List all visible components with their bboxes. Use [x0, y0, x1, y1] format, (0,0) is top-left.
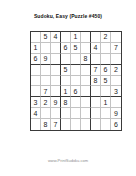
sudoku-cell-r2c4: 6 [61, 43, 71, 54]
sudoku-cell-r5c2 [41, 76, 51, 87]
sudoku-cell-r9c5 [71, 119, 81, 130]
sudoku-cell-r9c7 [91, 119, 101, 130]
sudoku-cell-r9c1 [31, 119, 41, 130]
sudoku-cell-r4c5 [71, 65, 81, 76]
sudoku-cell-r9c8 [101, 119, 111, 130]
sudoku-cell-r9c4 [61, 119, 71, 130]
sudoku-cell-r3c8 [101, 54, 111, 65]
sudoku-cell-r9c9: 6 [111, 119, 121, 130]
sudoku-cell-r6c8 [101, 86, 111, 97]
sudoku-cell-r5c9 [111, 76, 121, 87]
sudoku-cell-r1c8: 2 [101, 32, 111, 43]
sudoku-cell-r7c1: 3 [31, 97, 41, 108]
sudoku-cell-r8c7 [91, 108, 101, 119]
sudoku-cell-r5c1 [31, 76, 41, 87]
sudoku-cell-r8c5 [71, 108, 81, 119]
sudoku-cell-r3c4 [61, 54, 71, 65]
sudoku-cell-r1c1 [31, 32, 41, 43]
sudoku-cell-r6c7 [91, 86, 101, 97]
sudoku-cell-r7c6 [81, 97, 91, 108]
sudoku-cell-r2c3 [51, 43, 61, 54]
sudoku-cell-r8c8 [101, 108, 111, 119]
sudoku-cell-r4c4: 5 [61, 65, 71, 76]
sudoku-cell-r2c2 [41, 43, 51, 54]
sudoku-cell-r3c5 [71, 54, 81, 65]
footer-url: www.PrintSudoku.com [0, 158, 136, 163]
sudoku-cell-r9c6 [81, 119, 91, 130]
sudoku-cell-r7c3: 9 [51, 97, 61, 108]
sudoku-cell-r5c3 [51, 76, 61, 87]
sudoku-cell-r1c3: 4 [51, 32, 61, 43]
sudoku-cell-r3c7 [91, 54, 101, 65]
sudoku-cell-r4c8: 6 [101, 65, 111, 76]
sudoku-cell-r6c5: 6 [71, 86, 81, 97]
sudoku-cell-r2c8 [101, 43, 111, 54]
sudoku-cell-r2c1: 1 [31, 43, 41, 54]
sudoku-cell-r7c4: 8 [61, 97, 71, 108]
sudoku-cell-r6c6 [81, 86, 91, 97]
sudoku-cell-r7c2: 2 [41, 97, 51, 108]
sudoku-cell-r8c3 [51, 108, 61, 119]
sudoku-cell-r3c6: 8 [81, 54, 91, 65]
sudoku-cell-r4c7: 7 [91, 65, 101, 76]
sudoku-cell-r3c2: 9 [41, 54, 51, 65]
sudoku-cell-r6c9: 3 [111, 86, 121, 97]
sudoku-cell-r8c1: 4 [31, 108, 41, 119]
sudoku-cell-r2c9: 7 [111, 43, 121, 54]
sudoku-cell-r4c1 [31, 65, 41, 76]
sudoku-cell-r1c2: 5 [41, 32, 51, 43]
sudoku-board: 54121654769857628571633298149876 [30, 31, 122, 131]
sudoku-cell-r9c2: 8 [41, 119, 51, 130]
sudoku-cell-r1c7 [91, 32, 101, 43]
sudoku-cell-r8c2 [41, 108, 51, 119]
page-title: Sudoku, Easy (Puzzle #450) [0, 13, 136, 19]
sudoku-cell-r2c6 [81, 43, 91, 54]
sudoku-cell-r6c1 [31, 86, 41, 97]
sudoku-cell-r1c4 [61, 32, 71, 43]
sudoku-cell-r7c9 [111, 97, 121, 108]
sudoku-cell-r6c4: 1 [61, 86, 71, 97]
sudoku-cell-r6c3 [51, 86, 61, 97]
sudoku-cell-r5c8: 5 [101, 76, 111, 87]
sudoku-cell-r3c1: 6 [31, 54, 41, 65]
sudoku-cell-r2c5: 5 [71, 43, 81, 54]
sudoku-cell-r7c5 [71, 97, 81, 108]
sudoku-cell-r8c6 [81, 108, 91, 119]
sudoku-cell-r4c2 [41, 65, 51, 76]
sudoku-cell-r6c2: 7 [41, 86, 51, 97]
sudoku-cell-r3c9 [111, 54, 121, 65]
sudoku-cell-r9c3: 7 [51, 119, 61, 130]
sudoku-cell-r4c3 [51, 65, 61, 76]
sudoku-cell-r4c9: 2 [111, 65, 121, 76]
sudoku-cell-r7c8: 1 [101, 97, 111, 108]
sudoku-cell-r5c6 [81, 76, 91, 87]
sudoku-cell-r1c6 [81, 32, 91, 43]
sudoku-cell-r8c4 [61, 108, 71, 119]
sudoku-cell-r5c5 [71, 76, 81, 87]
sudoku-cell-r1c9 [111, 32, 121, 43]
sudoku-cell-r2c7: 4 [91, 43, 101, 54]
sudoku-cell-r1c5: 1 [71, 32, 81, 43]
sudoku-sheet: { "page": { "title": "Sudoku, Easy (Puzz… [0, 0, 136, 176]
sudoku-cell-r5c4 [61, 76, 71, 87]
sudoku-cell-r4c6 [81, 65, 91, 76]
sudoku-cell-r8c9: 9 [111, 108, 121, 119]
sudoku-cell-r3c3 [51, 54, 61, 65]
sudoku-cell-r5c7: 8 [91, 76, 101, 87]
sudoku-cell-r7c7 [91, 97, 101, 108]
